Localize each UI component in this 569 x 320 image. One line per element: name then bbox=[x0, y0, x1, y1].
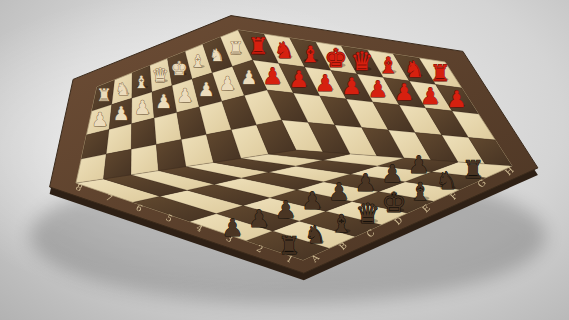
brown-rook[interactable]: ♜ bbox=[278, 232, 300, 260]
brown-king[interactable]: ♚ bbox=[382, 187, 407, 218]
white-pawn[interactable]: ♟ bbox=[113, 103, 130, 124]
red-pawn[interactable]: ♟ bbox=[341, 73, 361, 99]
brown-queen[interactable]: ♛ bbox=[356, 198, 381, 229]
red-king[interactable]: ♚ bbox=[325, 43, 348, 73]
cell[interactable] bbox=[131, 118, 156, 149]
white-knight[interactable]: ♞ bbox=[209, 45, 224, 65]
red-pawn[interactable]: ♟ bbox=[394, 79, 414, 105]
red-pawn[interactable]: ♟ bbox=[368, 76, 388, 102]
brown-knight[interactable]: ♞ bbox=[436, 167, 458, 195]
white-pawn[interactable]: ♟ bbox=[198, 79, 215, 100]
cell[interactable] bbox=[156, 140, 186, 171]
brown-pawn[interactable]: ♟ bbox=[275, 196, 296, 224]
cell[interactable] bbox=[154, 113, 181, 145]
red-pawn[interactable]: ♟ bbox=[315, 70, 335, 96]
red-pawn[interactable]: ♟ bbox=[420, 83, 440, 109]
brown-pawn[interactable]: ♟ bbox=[381, 160, 402, 188]
brown-pawn[interactable]: ♟ bbox=[408, 151, 429, 179]
brown-bishop[interactable]: ♝ bbox=[331, 210, 353, 238]
brown-rook[interactable]: ♜ bbox=[462, 156, 484, 184]
red-knight[interactable]: ♞ bbox=[404, 56, 424, 82]
cell[interactable] bbox=[104, 149, 132, 179]
red-rook[interactable]: ♜ bbox=[248, 33, 268, 59]
white-knight[interactable]: ♞ bbox=[115, 79, 130, 99]
white-king[interactable]: ♚ bbox=[170, 57, 187, 80]
red-bishop[interactable]: ♝ bbox=[378, 52, 398, 78]
brown-knight[interactable]: ♞ bbox=[304, 221, 326, 249]
white-rook[interactable]: ♜ bbox=[96, 85, 111, 105]
brown-pawn[interactable]: ♟ bbox=[328, 178, 349, 206]
three-player-chess-board: 12345678ABCDEFGH♜♜♞♝♞♚♝♛♝♚♞♜♛♟♟♟♝♟♟♟♞♟♟♟… bbox=[0, 0, 569, 320]
red-bishop[interactable]: ♝ bbox=[300, 41, 320, 67]
white-pawn[interactable]: ♟ bbox=[240, 67, 257, 88]
white-queen[interactable]: ♛ bbox=[152, 64, 169, 87]
red-pawn[interactable]: ♟ bbox=[447, 86, 467, 112]
scene: 12345678ABCDEFGH♜♜♞♝♞♚♝♛♝♚♞♜♛♟♟♟♝♟♟♟♞♟♟♟… bbox=[0, 0, 569, 320]
red-knight[interactable]: ♞ bbox=[274, 37, 294, 63]
cell[interactable] bbox=[131, 144, 159, 174]
white-pawn[interactable]: ♟ bbox=[155, 91, 172, 112]
white-pawn[interactable]: ♟ bbox=[91, 109, 108, 130]
white-pawn[interactable]: ♟ bbox=[177, 85, 194, 106]
brown-pawn[interactable]: ♟ bbox=[302, 187, 323, 215]
white-pawn[interactable]: ♟ bbox=[219, 73, 236, 94]
red-pawn[interactable]: ♟ bbox=[289, 66, 309, 92]
brown-bishop[interactable]: ♝ bbox=[410, 178, 432, 206]
brown-pawn[interactable]: ♟ bbox=[248, 205, 269, 233]
brown-pawn[interactable]: ♟ bbox=[355, 169, 376, 197]
white-pawn[interactable]: ♟ bbox=[134, 97, 151, 118]
white-rook[interactable]: ♜ bbox=[228, 38, 243, 58]
white-bishop[interactable]: ♝ bbox=[134, 72, 149, 92]
white-bishop[interactable]: ♝ bbox=[190, 51, 205, 71]
red-pawn[interactable]: ♟ bbox=[263, 63, 283, 89]
brown-pawn[interactable]: ♟ bbox=[222, 214, 243, 242]
